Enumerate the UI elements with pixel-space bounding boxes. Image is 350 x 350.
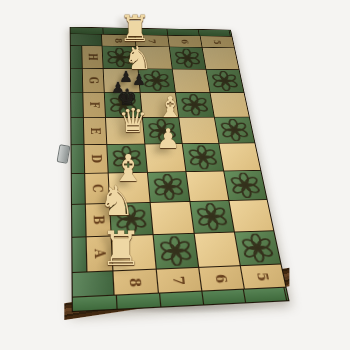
board-border-left-seg-E xyxy=(71,118,83,144)
six-petal-flower-icon xyxy=(228,172,262,198)
square-e6[interactable] xyxy=(179,118,218,144)
chess-piece-white-rook-a8[interactable]: ♜ xyxy=(100,225,142,272)
square-b6[interactable] xyxy=(190,201,233,233)
board-border-left-seg-F xyxy=(71,93,83,118)
square-b7[interactable] xyxy=(151,202,194,234)
file-label-cell-E: E xyxy=(84,118,106,144)
file-label-cell-G: G xyxy=(83,69,104,92)
six-petal-flower-icon xyxy=(187,145,219,169)
board-border-left-seg-A xyxy=(72,237,86,272)
file-label-cell-D: D xyxy=(85,145,108,173)
board-border-left-seg-H xyxy=(71,46,82,68)
board-border-left-seg-G xyxy=(71,69,82,92)
six-petal-flower-icon xyxy=(158,236,193,267)
bottom-rank-label-cell-6: 6 xyxy=(199,266,243,290)
board-corner-top xyxy=(71,34,102,46)
six-petal-flower-icon xyxy=(210,71,240,91)
board-border-left-seg-C xyxy=(72,174,85,204)
six-petal-flower-icon xyxy=(219,119,251,141)
chess-piece-white-pawn-d7[interactable]: ♟ xyxy=(156,125,180,152)
file-label-D: D xyxy=(90,154,102,163)
bottom-rank-label-cell-7: 7 xyxy=(157,268,201,293)
rank-label-bottom-7: 7 xyxy=(171,275,186,285)
square-d5[interactable] xyxy=(219,143,260,170)
board-border-left-seg-D xyxy=(72,145,85,173)
chess-piece-white-bishop-e7[interactable]: ♝ xyxy=(157,93,183,122)
square-c7[interactable] xyxy=(148,172,189,202)
square-a7[interactable] xyxy=(154,234,198,269)
file-label-H: H xyxy=(87,53,98,60)
chess-piece-white-knight-b8[interactable]: ♞ xyxy=(99,181,136,222)
square-h6[interactable] xyxy=(170,47,206,69)
six-petal-flower-icon xyxy=(152,174,185,200)
file-label-E: E xyxy=(89,127,101,134)
rank-label-top-6: 6 xyxy=(180,39,190,44)
six-petal-flower-icon xyxy=(195,203,230,231)
file-label-G: G xyxy=(88,77,99,84)
file-label-cell-F: F xyxy=(83,93,105,118)
square-c5[interactable] xyxy=(224,171,266,200)
square-e5[interactable] xyxy=(215,117,255,142)
six-petal-flower-icon xyxy=(173,48,202,67)
square-b5[interactable] xyxy=(229,200,273,232)
top-rank-label-cell-5: 5 xyxy=(201,36,234,47)
top-rank-label-cell-6: 6 xyxy=(168,36,201,47)
square-f5[interactable] xyxy=(211,93,249,117)
file-label-cell-H: H xyxy=(82,46,102,68)
square-c6[interactable] xyxy=(186,171,228,201)
square-a6[interactable] xyxy=(195,232,240,266)
rank-label-bottom-5: 5 xyxy=(255,271,271,281)
square-g5[interactable] xyxy=(206,70,243,93)
square-g6[interactable] xyxy=(173,69,210,92)
bottom-rank-label-cell-5: 5 xyxy=(241,265,285,289)
box-clasp[interactable] xyxy=(57,144,71,164)
rank-label-top-5: 5 xyxy=(212,39,222,44)
chess-piece-white-queen-d8[interactable]: ♛ xyxy=(118,104,148,137)
six-petal-flower-icon xyxy=(239,233,275,263)
file-label-F: F xyxy=(88,102,100,108)
square-a5[interactable] xyxy=(235,231,280,265)
board-border-left-seg-B xyxy=(72,205,85,237)
rank-label-bottom-8: 8 xyxy=(128,277,143,287)
square-h5[interactable] xyxy=(203,48,239,70)
six-petal-flower-icon xyxy=(180,94,210,115)
product-photo-stage: 8765HGFEDCBA8765 ♜♞♟♟♟♚♛♝♟♝♞♜ xyxy=(0,0,350,350)
square-d6[interactable] xyxy=(183,144,223,172)
rank-label-bottom-6: 6 xyxy=(214,273,229,283)
